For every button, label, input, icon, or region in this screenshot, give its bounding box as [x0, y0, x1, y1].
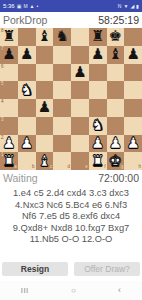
square-d4[interactable]	[53, 99, 71, 117]
black-king: ♚	[109, 28, 122, 45]
file-label-f: f	[104, 165, 105, 170]
square-c8[interactable]: ♝	[36, 28, 54, 46]
square-d6[interactable]	[53, 64, 71, 82]
chess-board: 8♜♝♞♜♚7♟♟♟♝♟6♟5♞4♟3♞2♟♟♟♟♟1a♜bc♝def♜g♚h	[0, 28, 142, 170]
file-label-c: c	[50, 165, 52, 170]
black-pawn: ♟	[2, 46, 15, 63]
black-pawn: ♟	[38, 99, 51, 116]
square-g5[interactable]	[107, 81, 125, 99]
square-a2[interactable]: 2♟	[0, 135, 18, 153]
square-a1[interactable]: 1a♜	[0, 152, 18, 170]
square-d2[interactable]	[53, 135, 71, 153]
square-e2[interactable]	[71, 135, 89, 153]
square-a7[interactable]: 7♟	[0, 46, 18, 64]
white-rook: ♜	[91, 153, 104, 170]
rank-label-7: 7	[1, 47, 4, 52]
android-nav-bar: ||| ○ ‹	[0, 281, 142, 300]
square-g7[interactable]: ♝	[107, 46, 125, 64]
square-c1[interactable]: c♝	[36, 152, 54, 170]
square-e5[interactable]	[71, 81, 89, 99]
square-f8[interactable]: ♜	[89, 28, 107, 46]
warning-icon: ▲	[30, 0, 35, 12]
square-b6[interactable]	[18, 64, 36, 82]
square-b2[interactable]: ♟	[18, 135, 36, 153]
square-c7[interactable]	[36, 46, 54, 64]
game-status-row: Waiting 72:00:00	[0, 170, 142, 186]
game-status-label: Waiting	[3, 172, 38, 184]
rank-label-3: 3	[1, 118, 4, 123]
square-e1[interactable]: e	[71, 152, 89, 170]
status-bar-left: 5:36 ▣ M ▲ •	[3, 0, 38, 12]
square-c3[interactable]	[36, 117, 54, 135]
game-title: PorkDrop	[3, 14, 47, 26]
square-d1[interactable]: d	[53, 152, 71, 170]
square-d8[interactable]: ♞	[53, 28, 71, 46]
white-pawn: ♟	[20, 135, 33, 152]
square-f6[interactable]	[89, 64, 107, 82]
move-list: 1.e4 c5 2.d4 cxd4 3.c3 dxc3 4.Nxc3 Nc6 5…	[0, 188, 142, 246]
black-knight: ♞	[55, 28, 68, 45]
square-f4[interactable]	[89, 99, 107, 117]
player-clock: 72:00:00	[98, 172, 139, 184]
black-rook: ♜	[2, 28, 15, 45]
file-label-h: h	[138, 165, 141, 170]
rank-label-1: 1	[1, 153, 4, 158]
square-g6[interactable]	[107, 64, 125, 82]
opponent-clock: 58:25:19	[98, 14, 139, 26]
file-label-b: b	[32, 165, 35, 170]
white-knight: ♞	[20, 82, 33, 99]
status-time: 5:36	[3, 0, 15, 12]
game-header: PorkDrop 58:25:19	[0, 12, 142, 28]
square-g3[interactable]	[107, 117, 125, 135]
square-h5[interactable]	[124, 81, 142, 99]
square-h7[interactable]: ♟	[124, 46, 142, 64]
square-h2[interactable]: ♟	[124, 135, 142, 153]
back-icon[interactable]: ‹	[118, 287, 121, 294]
square-e6[interactable]: ♟	[71, 64, 89, 82]
file-label-e: e	[85, 165, 88, 170]
rank-label-2: 2	[1, 136, 4, 141]
white-king: ♚	[109, 153, 122, 170]
square-b4[interactable]	[18, 99, 36, 117]
square-b1[interactable]: b	[18, 152, 36, 170]
battery-icon: ▮	[136, 0, 139, 12]
white-pawn: ♟	[2, 135, 15, 152]
signal-icon: ◢	[130, 0, 134, 12]
square-b3[interactable]	[18, 117, 36, 135]
square-f5[interactable]	[89, 81, 107, 99]
square-e4[interactable]	[71, 99, 89, 117]
action-buttons: Resign Offer Draw?	[0, 262, 142, 276]
white-pawn: ♟	[109, 135, 122, 152]
rank-label-8: 8	[1, 29, 4, 34]
rank-label-5: 5	[1, 82, 4, 87]
square-a4[interactable]: 4	[0, 99, 18, 117]
wifi-icon: ▼	[123, 0, 128, 12]
chess-app-screen: 5:36 ▣ M ▲ • N ▼ ◢ ▮ PorkDrop 58:25:19 8…	[0, 0, 142, 300]
square-h1[interactable]: h	[124, 152, 142, 170]
square-h3[interactable]	[124, 117, 142, 135]
square-h4[interactable]	[124, 99, 142, 117]
square-e8[interactable]	[71, 28, 89, 46]
black-pawn: ♟	[126, 46, 139, 63]
square-g8[interactable]: ♚	[107, 28, 125, 46]
square-c2[interactable]	[36, 135, 54, 153]
resign-button[interactable]: Resign	[2, 262, 68, 276]
home-icon[interactable]: ○	[71, 287, 76, 294]
square-f3[interactable]: ♞	[89, 117, 107, 135]
square-f1[interactable]: f♜	[89, 152, 107, 170]
square-a6[interactable]: 6	[0, 64, 18, 82]
square-g2[interactable]: ♟	[107, 135, 125, 153]
rank-label-4: 4	[1, 100, 4, 105]
black-pawn: ♟	[91, 46, 104, 63]
square-c4[interactable]: ♟	[36, 99, 54, 117]
square-d5[interactable]	[53, 81, 71, 99]
notification-icon: ▣	[17, 0, 22, 12]
square-f2[interactable]: ♟	[89, 135, 107, 153]
square-c5[interactable]	[36, 81, 54, 99]
square-h8[interactable]	[124, 28, 142, 46]
square-a8[interactable]: 8♜	[0, 28, 18, 46]
white-knight: ♞	[91, 117, 104, 134]
white-rook: ♜	[2, 153, 15, 170]
square-e7[interactable]	[71, 46, 89, 64]
square-h6[interactable]	[124, 64, 142, 82]
more-icon: •	[37, 0, 39, 12]
square-a5[interactable]: 5	[0, 81, 18, 99]
square-b8[interactable]	[18, 28, 36, 46]
square-g4[interactable]	[107, 99, 125, 117]
white-pawn: ♟	[126, 135, 139, 152]
offer-draw-button[interactable]: Offer Draw?	[74, 262, 140, 276]
square-e3[interactable]	[71, 117, 89, 135]
black-pawn: ♟	[20, 46, 33, 63]
gmail-icon: M	[23, 0, 27, 12]
black-rook: ♜	[91, 28, 104, 45]
white-bishop: ♝	[38, 153, 51, 170]
square-a3[interactable]: 3	[0, 117, 18, 135]
square-c6[interactable]	[36, 64, 54, 82]
black-bishop: ♝	[38, 28, 51, 45]
square-g1[interactable]: g♚	[107, 152, 125, 170]
file-label-d: d	[67, 165, 70, 170]
status-bar-right: N ▼ ◢ ▮	[118, 0, 139, 12]
black-pawn: ♟	[73, 64, 86, 81]
white-pawn: ♟	[91, 135, 104, 152]
square-d3[interactable]	[53, 117, 71, 135]
black-bishop: ♝	[109, 46, 122, 63]
file-label-a: a	[14, 165, 17, 170]
recents-icon[interactable]: |||	[21, 287, 29, 294]
square-b5[interactable]: ♞	[18, 81, 36, 99]
network-icon: N	[118, 0, 122, 12]
rank-label-6: 6	[1, 65, 4, 70]
square-b7[interactable]: ♟	[18, 46, 36, 64]
file-label-g: g	[121, 165, 124, 170]
square-d7[interactable]	[53, 46, 71, 64]
square-f7[interactable]: ♟	[89, 46, 107, 64]
android-status-bar: 5:36 ▣ M ▲ • N ▼ ◢ ▮	[0, 0, 142, 12]
